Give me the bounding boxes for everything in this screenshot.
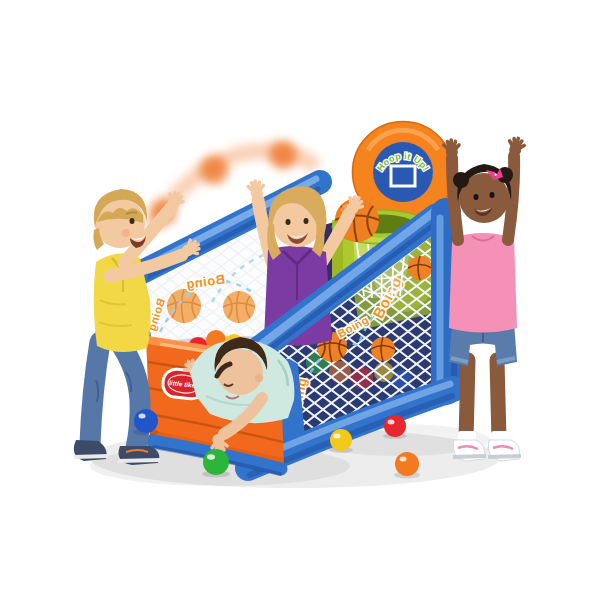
sneaker (118, 446, 160, 465)
shirt (449, 233, 517, 333)
product-photo: Hoop it Up! Boing Boing (0, 0, 600, 600)
arm (452, 158, 458, 240)
basketball-print (223, 291, 255, 323)
basketball-print (371, 337, 395, 361)
basketball-print (408, 256, 432, 280)
sneaker (488, 440, 521, 461)
blurred-ball (269, 141, 297, 169)
basketball-print (167, 289, 201, 323)
leg (497, 360, 499, 440)
leg (466, 360, 468, 440)
sneaker (453, 440, 486, 461)
blurred-ball (200, 156, 228, 184)
